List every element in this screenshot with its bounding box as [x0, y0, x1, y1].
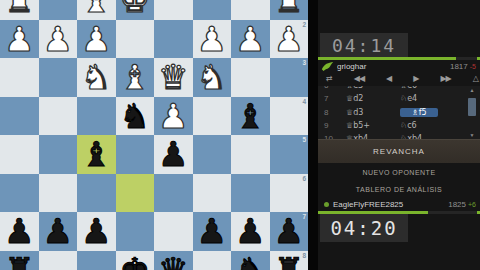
move-row: 8♕d3♗f5 — [318, 106, 468, 119]
white-piece: ♚ — [116, 0, 155, 20]
white-piece: ♟ — [39, 20, 78, 59]
rank-coordinate: 2 — [302, 22, 306, 29]
square[interactable] — [193, 135, 232, 174]
prev-move-icon[interactable]: ◀ — [386, 74, 391, 83]
white-piece: ♝ — [116, 58, 155, 97]
square[interactable]: ♝ — [116, 58, 155, 97]
rank-coordinate: 8 — [302, 253, 306, 260]
black-piece: ♟ — [193, 212, 232, 251]
black-piece: ♝ — [77, 135, 116, 174]
square[interactable]: ♜ — [270, 0, 309, 20]
rank-coordinate: 6 — [302, 176, 306, 183]
white-piece: ♜ — [0, 0, 39, 20]
square[interactable] — [39, 0, 78, 20]
square[interactable]: ♝ — [77, 135, 116, 174]
square[interactable]: ♞ — [193, 58, 232, 97]
black-piece: ♟ — [77, 212, 116, 251]
scroll-down-icon[interactable]: ▼ — [468, 132, 476, 138]
black-piece: ♝ — [231, 97, 270, 136]
white-piece: ♞ — [77, 58, 116, 97]
square[interactable]: ♝ — [231, 97, 270, 136]
square[interactable] — [154, 0, 193, 20]
square[interactable] — [116, 135, 155, 174]
square[interactable]: ♟ — [39, 20, 78, 59]
square[interactable]: ♜ — [0, 251, 39, 270]
square[interactable]: ♞ — [116, 97, 155, 136]
square[interactable]: ♞ — [77, 58, 116, 97]
move-row: 10♕xb4♘xb4 — [318, 132, 468, 139]
square[interactable]: ♟ — [193, 212, 232, 251]
square[interactable] — [231, 135, 270, 174]
square[interactable]: ♚ — [116, 0, 155, 20]
square[interactable]: ♟ — [154, 97, 193, 136]
new-opponent-button[interactable]: NUEVO OPONENTE — [318, 169, 480, 176]
white-piece: ♛ — [154, 58, 193, 97]
square[interactable] — [39, 58, 78, 97]
square[interactable]: ♜ — [0, 0, 39, 20]
flip-board-icon[interactable]: ⇄ — [326, 74, 332, 83]
square[interactable]: ♟ — [77, 20, 116, 59]
square[interactable]: ♛ — [154, 251, 193, 270]
square[interactable] — [154, 212, 193, 251]
square[interactable] — [39, 174, 78, 213]
player-rating: 1825 — [448, 200, 466, 209]
rematch-button[interactable]: REVANCHA — [318, 139, 480, 163]
analysis-board-button[interactable]: TABLERO DE ANÁLISIS — [318, 186, 480, 193]
black-move[interactable]: ♗f5 — [400, 108, 438, 117]
move-number: 7 — [318, 94, 342, 103]
next-move-icon[interactable]: ▶ — [413, 74, 418, 83]
square[interactable] — [154, 174, 193, 213]
move-rows: 6♗e3♗e67♕d2♘e48♕d3♗f59♕b5+♘c610♕xb4♘xb4 — [318, 86, 468, 139]
square[interactable] — [193, 97, 232, 136]
square[interactable]: ♞ — [231, 251, 270, 270]
black-piece: ♞ — [116, 97, 155, 136]
square[interactable]: ♟ — [231, 212, 270, 251]
white-piece: ♟ — [231, 20, 270, 59]
white-piece: ♟ — [0, 20, 39, 59]
move-list-scrollbar[interactable]: ▲ ▼ — [468, 87, 476, 138]
square[interactable]: ♝ — [77, 0, 116, 20]
square[interactable] — [0, 174, 39, 213]
white-move[interactable]: ♕d3 — [342, 108, 396, 117]
black-move[interactable]: ♘c6 — [396, 121, 450, 130]
black-move[interactable]: ♗e6 — [396, 86, 450, 90]
chess-board-viewport: ♜♝♚♜♟♟♟♟♟♟♞♝♛♞♞♟♝♝♟♟♟♟♟♟♟♜♚♛♞♜ 2345678 — [0, 0, 308, 270]
square[interactable] — [154, 20, 193, 59]
square[interactable] — [77, 251, 116, 270]
rank-coordinate: 4 — [302, 99, 306, 106]
first-move-icon[interactable]: ◀◀ — [354, 74, 364, 83]
square[interactable] — [193, 0, 232, 20]
white-move[interactable]: ♕b5+ — [342, 121, 396, 130]
black-piece: ♟ — [0, 212, 39, 251]
black-piece: ♞ — [231, 251, 270, 270]
square[interactable] — [0, 58, 39, 97]
white-piece: ♞ — [193, 58, 232, 97]
scrollbar-thumb[interactable] — [468, 98, 476, 116]
square[interactable] — [231, 58, 270, 97]
online-indicator-icon — [324, 202, 329, 207]
square[interactable] — [193, 174, 232, 213]
rematch-button-label: REVANCHA — [373, 147, 425, 156]
analysis-flag-icon[interactable]: △ — [473, 74, 478, 83]
opponent-clock: 04:14 — [320, 33, 408, 57]
square[interactable]: ♟ — [193, 20, 232, 59]
last-move-icon[interactable]: ▶▶ — [440, 74, 450, 83]
square[interactable] — [231, 0, 270, 20]
scroll-up-icon[interactable]: ▲ — [468, 87, 476, 93]
rank-coordinate: 3 — [302, 60, 306, 67]
patron-wing-icon — [321, 61, 335, 71]
player-clock: 04:20 — [320, 214, 408, 242]
white-piece: ♟ — [154, 97, 193, 136]
app-window: ♜♝♚♜♟♟♟♟♟♟♞♝♛♞♞♟♝♝♟♟♟♟♟♟♟♜♚♛♞♜ 2345678 0… — [0, 0, 480, 270]
rank-coordinate: 5 — [302, 137, 306, 144]
square[interactable]: ♟ — [231, 20, 270, 59]
move-list[interactable]: 6♗e3♗e67♕d2♘e48♕d3♗f59♕b5+♘c610♕xb4♘xb4 — [318, 86, 480, 139]
square[interactable]: ♚ — [116, 251, 155, 270]
opponent-rating: 1817 — [450, 62, 468, 71]
opponent-name[interactable]: grioghar — [337, 62, 450, 71]
opponent-rating-change: -5 — [470, 63, 476, 70]
rank-coordinate: 7 — [302, 214, 306, 221]
black-piece: ♟ — [154, 135, 193, 174]
square[interactable] — [116, 20, 155, 59]
black-move[interactable]: ♘e4 — [396, 94, 450, 103]
move-number: 8 — [318, 108, 342, 117]
white-move[interactable]: ♗e3 — [342, 86, 396, 90]
player-rating-change: +6 — [468, 201, 476, 208]
white-piece: ♝ — [77, 0, 116, 20]
square[interactable] — [39, 135, 78, 174]
white-piece: ♟ — [193, 20, 232, 59]
square[interactable]: ♛ — [154, 58, 193, 97]
square[interactable] — [39, 251, 78, 270]
white-move[interactable]: ♕d2 — [342, 94, 396, 103]
black-piece: ♛ — [154, 251, 193, 270]
white-piece: ♜ — [270, 0, 309, 20]
square[interactable] — [116, 174, 155, 213]
player-row[interactable]: EagleFlyFREE2825 1825 +6 — [318, 198, 480, 210]
black-piece: ♟ — [231, 212, 270, 251]
square[interactable] — [231, 174, 270, 213]
square[interactable] — [77, 97, 116, 136]
square[interactable]: ♟ — [154, 135, 193, 174]
square[interactable]: ♟ — [0, 20, 39, 59]
player-name[interactable]: EagleFlyFREE2825 — [333, 200, 448, 209]
square[interactable]: ♟ — [39, 212, 78, 251]
move-number: 6 — [318, 86, 342, 90]
move-number: 9 — [318, 121, 342, 130]
square[interactable] — [193, 251, 232, 270]
square[interactable] — [77, 174, 116, 213]
square[interactable] — [116, 212, 155, 251]
square[interactable]: ♟ — [77, 212, 116, 251]
white-piece: ♟ — [77, 20, 116, 59]
board[interactable]: ♜♝♚♜♟♟♟♟♟♟♞♝♛♞♞♟♝♝♟♟♟♟♟♟♟♜♚♛♞♜ — [0, 0, 308, 270]
game-sidebar: 04:14 grioghar 1817 -5 ⇄◀◀◀▶▶▶△ 6♗e3♗e67… — [318, 0, 480, 270]
move-row: 9♕b5+♘c6 — [318, 119, 468, 132]
board-sidebar-divider — [308, 0, 318, 270]
square[interactable] — [39, 97, 78, 136]
square[interactable]: ♟ — [0, 212, 39, 251]
black-piece: ♜ — [0, 251, 39, 270]
black-piece: ♟ — [39, 212, 78, 251]
square[interactable] — [0, 97, 39, 136]
move-row: 7♕d2♘e4 — [318, 92, 468, 105]
black-piece: ♚ — [116, 251, 155, 270]
square[interactable] — [0, 135, 39, 174]
move-navigation-toolbar: ⇄◀◀◀▶▶▶△ — [320, 71, 480, 86]
